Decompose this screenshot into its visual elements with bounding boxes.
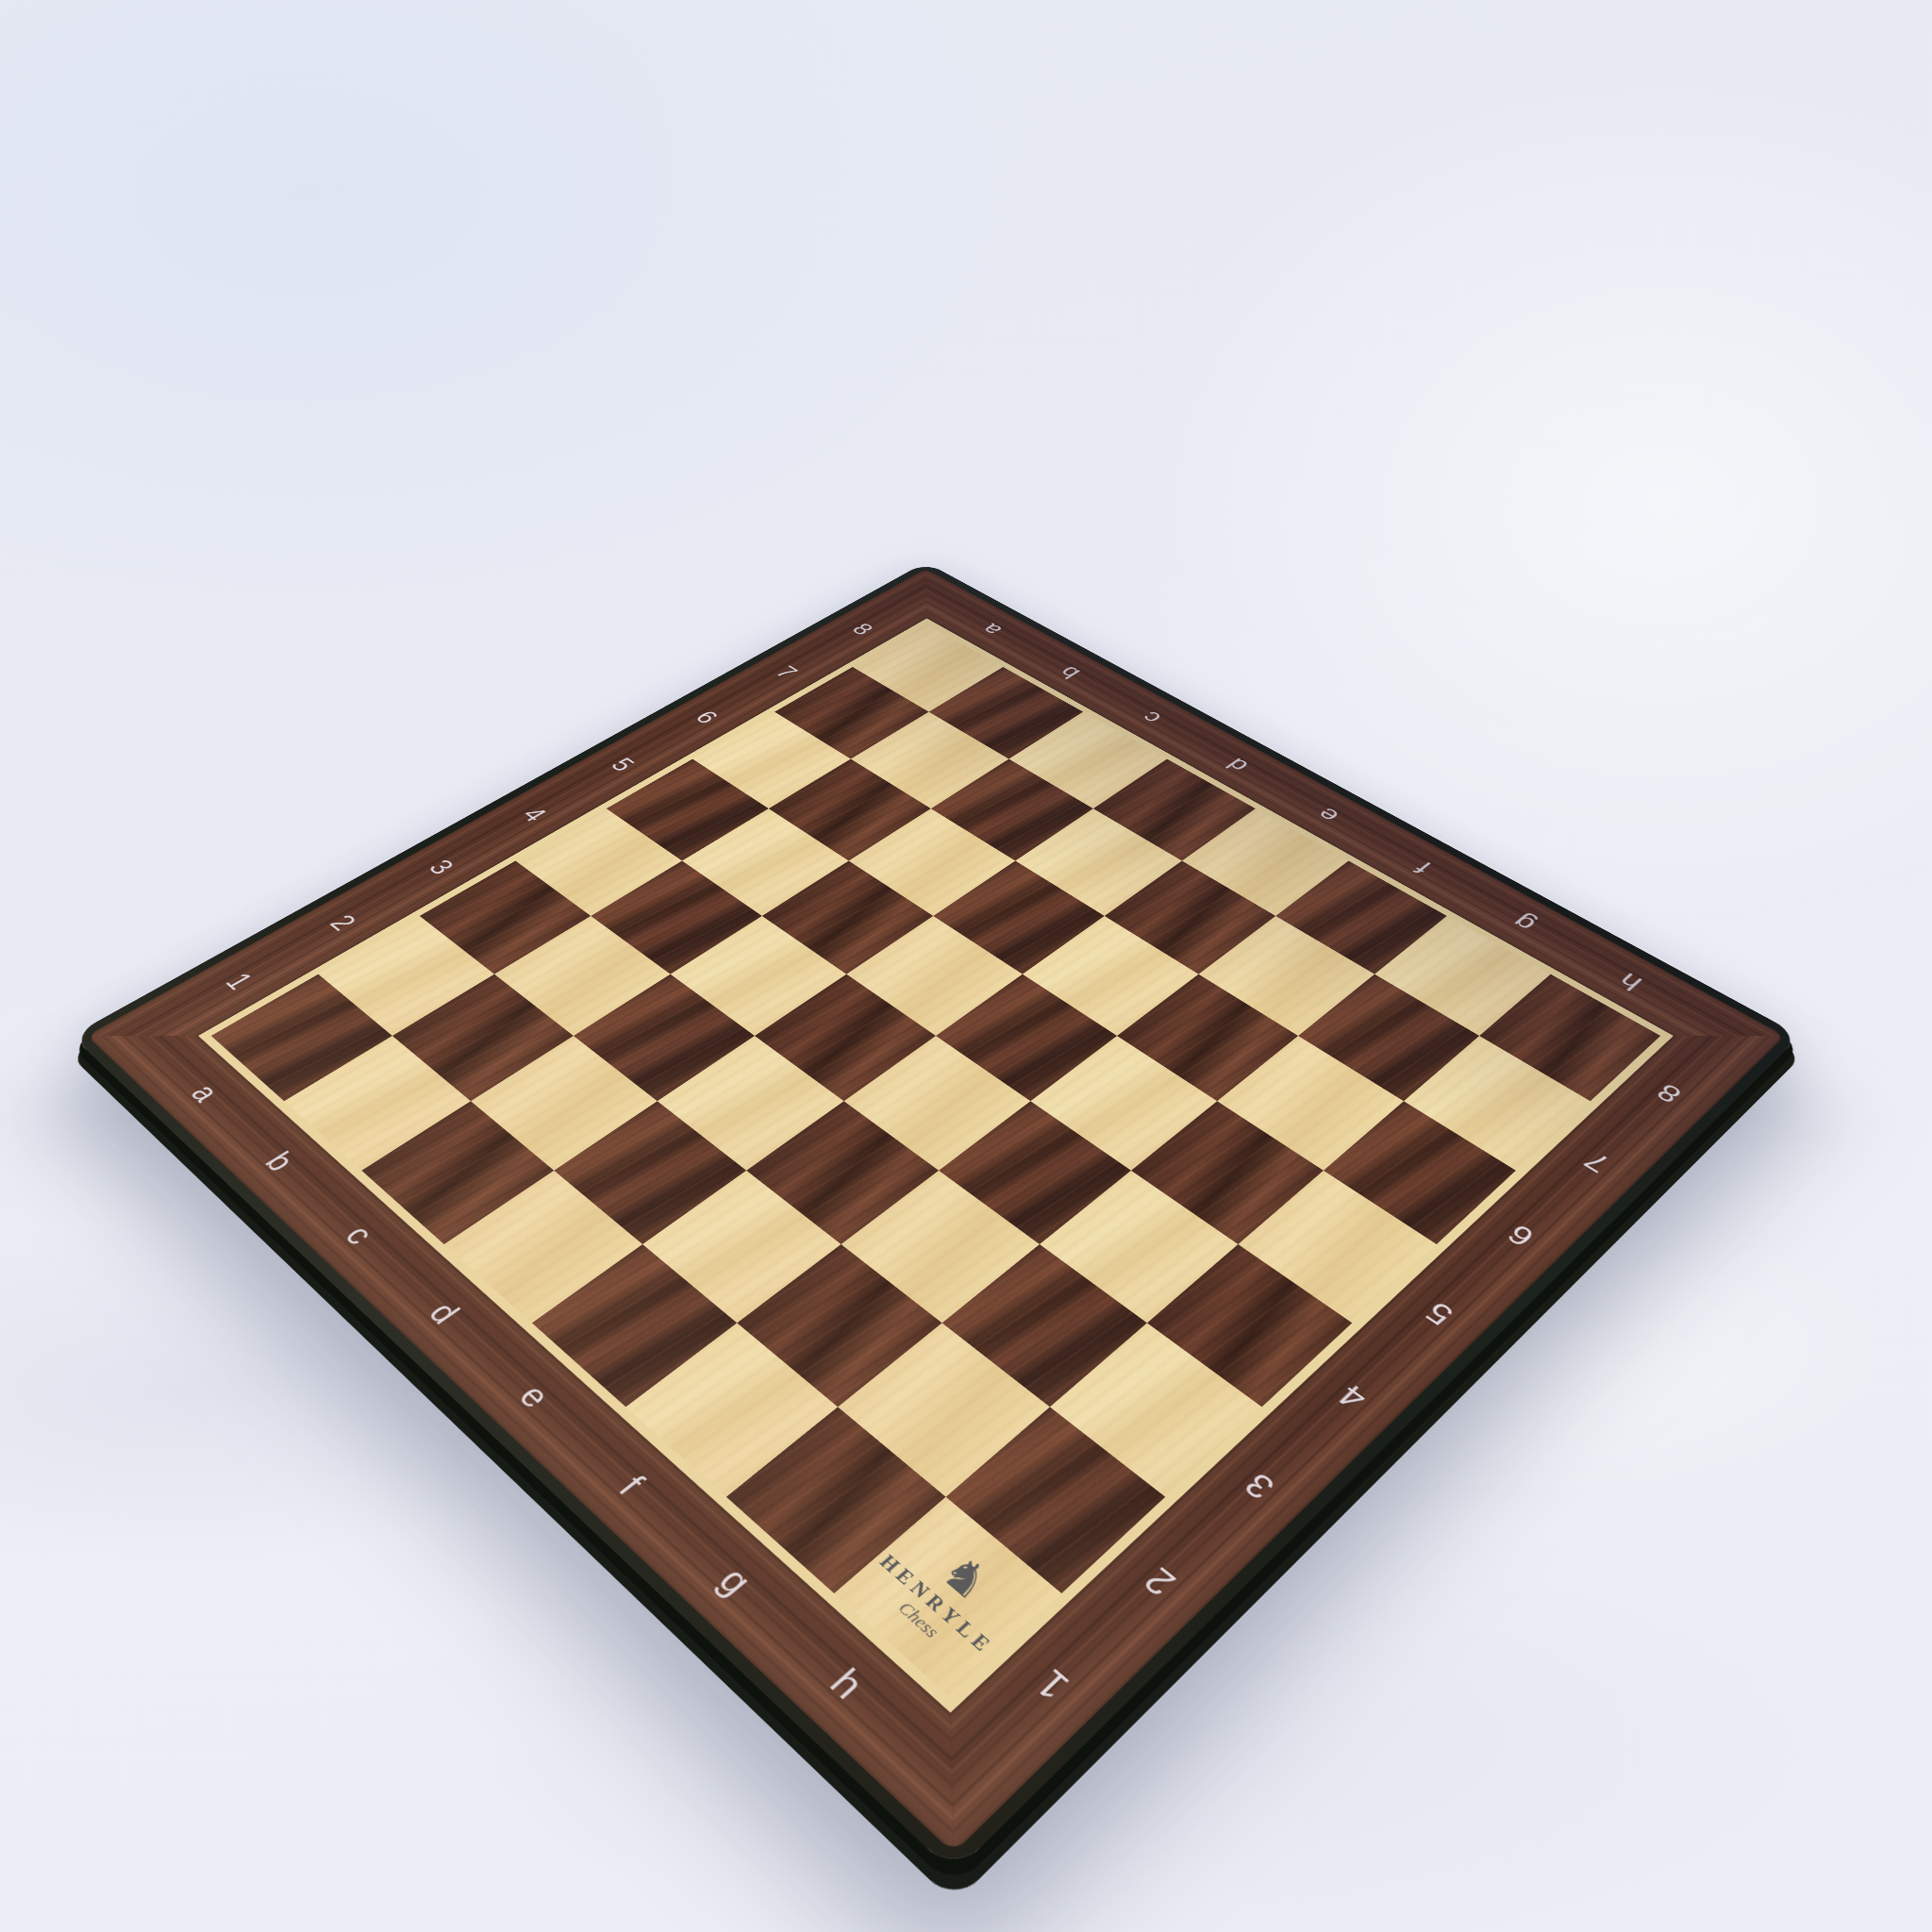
board-frame: abcdefgh abcdefgh 87654321 87654321 ♞HEN… <box>87 569 1785 1853</box>
rank-left-label-4: 4 <box>515 804 553 826</box>
rank-left-label-1: 1 <box>218 968 260 994</box>
file-top-label-f: f <box>1409 858 1437 877</box>
play-area: ♞HENRYLEChess <box>198 618 1674 1712</box>
file-bottom-label-h: h <box>821 1660 873 1707</box>
board-edge: abcdefgh abcdefgh 87654321 87654321 ♞HEN… <box>72 562 1801 1874</box>
rank-right-label-3: 3 <box>1237 1465 1283 1506</box>
rank-left-label-2: 2 <box>323 910 363 936</box>
rank-right-label-7: 7 <box>1578 1146 1617 1177</box>
file-top-label-a: a <box>975 620 1008 639</box>
rank-left-label-7: 7 <box>769 662 803 682</box>
file-top-label-b: b <box>1054 662 1087 682</box>
fabric-background: abcdefgh abcdefgh 87654321 87654321 ♞HEN… <box>0 0 1932 1932</box>
file-bottom-label-c: c <box>336 1219 381 1251</box>
rank-right-label-2: 2 <box>1136 1559 1185 1604</box>
rank-left-label-5: 5 <box>604 754 640 775</box>
file-bottom-label-f: f <box>609 1469 652 1503</box>
rank-right-label-6: 6 <box>1501 1219 1541 1252</box>
rank-right-label-1: 1 <box>1027 1660 1078 1707</box>
rank-left-label-6: 6 <box>689 708 724 728</box>
rank-left-label-8: 8 <box>846 620 879 639</box>
chess-board: abcdefgh abcdefgh 87654321 87654321 ♞HEN… <box>72 562 1801 1874</box>
rank-left-label-3: 3 <box>422 856 460 879</box>
file-top-label-c: c <box>1136 708 1168 727</box>
file-top-label-g: g <box>1507 910 1541 936</box>
file-bottom-label-e: e <box>509 1377 558 1415</box>
photo-scene: abcdefgh abcdefgh 87654321 87654321 ♞HEN… <box>0 0 1932 1932</box>
file-bottom-label-a: a <box>182 1078 226 1108</box>
board-grid: ♞HENRYLEChess <box>211 625 1660 1697</box>
file-bottom-label-g: g <box>709 1559 760 1604</box>
file-top-label-e: e <box>1311 804 1345 826</box>
file-top-label-h: h <box>1612 968 1648 994</box>
rank-right-label-4: 4 <box>1331 1377 1375 1415</box>
rank-right-label-5: 5 <box>1419 1295 1461 1331</box>
file-top-label-d: d <box>1221 754 1255 775</box>
rank-right-label-8: 8 <box>1651 1078 1689 1108</box>
file-bottom-label-d: d <box>420 1295 467 1331</box>
file-bottom-label-b: b <box>257 1146 302 1177</box>
